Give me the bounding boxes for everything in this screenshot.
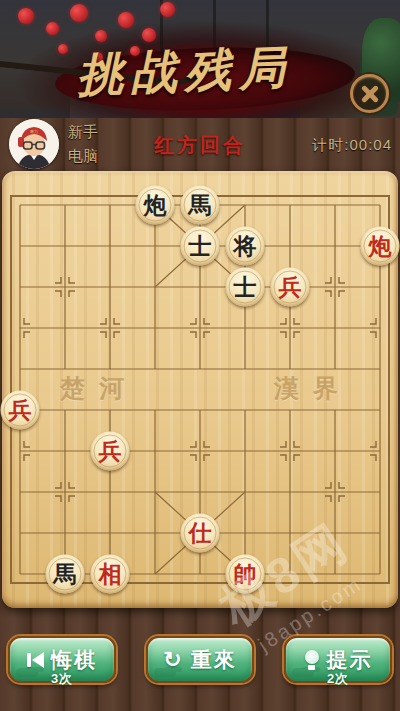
piece-black-将[interactable]: 将 (226, 227, 265, 266)
hint-button[interactable]: 提示 2次 (284, 636, 392, 683)
piece-red-兵[interactable]: 兵 (1, 391, 40, 430)
timer: 计时:00:04 (312, 136, 392, 155)
piece-black-馬[interactable]: 馬 (46, 555, 85, 594)
restart-button[interactable]: ↻ 重來 (146, 636, 254, 683)
restart-button-label: 重來 (191, 646, 237, 674)
close-button[interactable] (350, 74, 389, 113)
undo-button[interactable]: 悔棋 3次 (8, 636, 116, 683)
action-button-row: 悔棋 3次 ↻ 重來 提示 2次 (0, 636, 400, 692)
river-label-left: 楚河 (60, 372, 138, 405)
piece-black-馬[interactable]: 馬 (181, 186, 220, 225)
cloud-decoration (154, 668, 176, 677)
piece-red-相[interactable]: 相 (91, 555, 130, 594)
piece-red-炮[interactable]: 炮 (361, 227, 400, 266)
undo-icon (27, 652, 44, 668)
hint-count: 2次 (286, 670, 390, 688)
close-icon (359, 83, 380, 104)
app-root: 挑战残局 琴力 新手 电脑 红方回合 计时:00:04 (0, 0, 400, 711)
hint-icon (304, 650, 320, 670)
xiangqi-board[interactable]: 楚河 漢界 炮馬士将炮士兵兵兵仕馬相帥 (2, 171, 398, 608)
river-label-right: 漢界 (274, 372, 352, 405)
piece-red-兵[interactable]: 兵 (271, 268, 310, 307)
player-bar: 琴力 新手 电脑 红方回合 计时:00:04 (0, 118, 400, 171)
piece-black-士[interactable]: 士 (226, 268, 265, 307)
undo-count: 3次 (10, 670, 114, 688)
piece-red-仕[interactable]: 仕 (181, 514, 220, 553)
piece-black-炮[interactable]: 炮 (136, 186, 175, 225)
piece-red-帥[interactable]: 帥 (226, 555, 265, 594)
header-scene: 挑战残局 (0, 0, 400, 118)
piece-black-士[interactable]: 士 (181, 227, 220, 266)
piece-red-兵[interactable]: 兵 (91, 432, 130, 471)
